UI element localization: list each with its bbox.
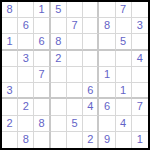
cell-r7c5[interactable] — [67, 99, 83, 115]
cell-r6c6[interactable]: 6 — [83, 83, 99, 99]
cell-r7c4[interactable] — [51, 99, 67, 115]
cell-r7c3[interactable] — [34, 99, 50, 115]
sudoku-board: 81576783168532471361246728548291 — [0, 0, 150, 150]
cell-r8c7[interactable] — [99, 116, 115, 132]
cell-r4c9[interactable]: 4 — [132, 51, 148, 67]
cell-r1c9[interactable] — [132, 2, 148, 18]
cell-r4c3[interactable] — [34, 51, 50, 67]
cell-r9c6[interactable]: 2 — [83, 132, 99, 148]
cell-r4c2[interactable]: 3 — [18, 51, 34, 67]
cell-r8c3[interactable]: 8 — [34, 116, 50, 132]
cell-r4c8[interactable] — [116, 51, 132, 67]
cell-r1c3[interactable]: 1 — [34, 2, 50, 18]
cell-r5c6[interactable] — [83, 67, 99, 83]
cell-r8c9[interactable] — [132, 116, 148, 132]
cell-r3c2[interactable] — [18, 34, 34, 50]
cell-r9c2[interactable]: 8 — [18, 132, 34, 148]
cell-r3c4[interactable]: 8 — [51, 34, 67, 50]
cell-r4c5[interactable] — [67, 51, 83, 67]
cell-r3c7[interactable] — [99, 34, 115, 50]
cell-r6c8[interactable]: 1 — [116, 83, 132, 99]
cell-r9c9[interactable]: 1 — [132, 132, 148, 148]
cell-r7c8[interactable] — [116, 99, 132, 115]
cell-r5c3[interactable]: 7 — [34, 67, 50, 83]
cell-r6c9[interactable] — [132, 83, 148, 99]
cell-r9c3[interactable] — [34, 132, 50, 148]
cell-r8c5[interactable]: 5 — [67, 116, 83, 132]
cell-r8c2[interactable] — [18, 116, 34, 132]
cell-r4c6[interactable] — [83, 51, 99, 67]
cell-r1c1[interactable]: 8 — [2, 2, 18, 18]
cell-r2c7[interactable]: 8 — [99, 18, 115, 34]
cell-r5c5[interactable] — [67, 67, 83, 83]
cell-r2c2[interactable]: 6 — [18, 18, 34, 34]
cell-r6c2[interactable] — [18, 83, 34, 99]
cell-r9c1[interactable] — [2, 132, 18, 148]
cell-r1c5[interactable] — [67, 2, 83, 18]
cell-r3c8[interactable]: 5 — [116, 34, 132, 50]
cell-r9c4[interactable] — [51, 132, 67, 148]
cell-r6c1[interactable]: 3 — [2, 83, 18, 99]
cell-r8c1[interactable]: 2 — [2, 116, 18, 132]
cell-r8c8[interactable]: 4 — [116, 116, 132, 132]
cell-r2c1[interactable] — [2, 18, 18, 34]
cell-r7c7[interactable]: 6 — [99, 99, 115, 115]
cell-r5c7[interactable]: 1 — [99, 67, 115, 83]
cell-r7c9[interactable]: 7 — [132, 99, 148, 115]
cell-r6c3[interactable] — [34, 83, 50, 99]
cell-r4c7[interactable] — [99, 51, 115, 67]
cell-r1c7[interactable] — [99, 2, 115, 18]
cell-r2c4[interactable] — [51, 18, 67, 34]
cell-r2c6[interactable] — [83, 18, 99, 34]
cell-r3c1[interactable]: 1 — [2, 34, 18, 50]
cell-r3c6[interactable] — [83, 34, 99, 50]
cell-r1c4[interactable]: 5 — [51, 2, 67, 18]
cell-r9c5[interactable] — [67, 132, 83, 148]
cell-r1c8[interactable]: 7 — [116, 2, 132, 18]
cell-r7c6[interactable]: 4 — [83, 99, 99, 115]
cell-r2c3[interactable] — [34, 18, 50, 34]
cell-r3c5[interactable] — [67, 34, 83, 50]
cell-r1c2[interactable] — [18, 2, 34, 18]
cell-r9c8[interactable] — [116, 132, 132, 148]
cell-r7c2[interactable]: 2 — [18, 99, 34, 115]
cell-r5c2[interactable] — [18, 67, 34, 83]
cell-r8c6[interactable] — [83, 116, 99, 132]
cell-r2c9[interactable]: 3 — [132, 18, 148, 34]
cell-r2c8[interactable] — [116, 18, 132, 34]
cell-r8c4[interactable] — [51, 116, 67, 132]
cell-r5c9[interactable] — [132, 67, 148, 83]
cell-r5c1[interactable] — [2, 67, 18, 83]
cell-r9c7[interactable]: 9 — [99, 132, 115, 148]
cell-r6c7[interactable] — [99, 83, 115, 99]
cell-r4c1[interactable] — [2, 51, 18, 67]
cell-r3c3[interactable]: 6 — [34, 34, 50, 50]
cell-r6c5[interactable] — [67, 83, 83, 99]
cell-r3c9[interactable] — [132, 34, 148, 50]
cell-r6c4[interactable] — [51, 83, 67, 99]
cell-r5c4[interactable] — [51, 67, 67, 83]
cell-r7c1[interactable] — [2, 99, 18, 115]
cell-r4c4[interactable]: 2 — [51, 51, 67, 67]
cell-r5c8[interactable] — [116, 67, 132, 83]
cell-r1c6[interactable] — [83, 2, 99, 18]
cell-r2c5[interactable]: 7 — [67, 18, 83, 34]
